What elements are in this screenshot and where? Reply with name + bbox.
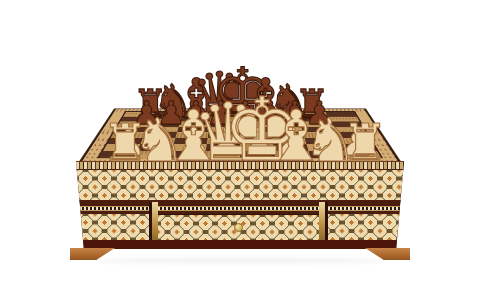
piece-white-rook[interactable]: ♜ <box>342 117 389 169</box>
product-photo-stage: ♜♞♝♛♚♝♞♜♟♟♟♟♟♟♟♟♟♟♟♟♟♟♟♟♜♞♝♛♚♝♞♜ <box>0 0 480 300</box>
drawer-inlay-line <box>158 206 319 211</box>
bracket-foot-right <box>365 248 410 260</box>
bracket-foot-left <box>70 248 115 260</box>
base-rail <box>76 240 404 249</box>
brass-edge-strip-right <box>319 202 325 240</box>
drawer-stripe <box>158 202 319 214</box>
drawer-knob[interactable] <box>234 223 243 232</box>
soft-shadow <box>95 258 385 263</box>
drawer-face <box>158 202 319 240</box>
storage-drawer[interactable] <box>149 202 328 240</box>
